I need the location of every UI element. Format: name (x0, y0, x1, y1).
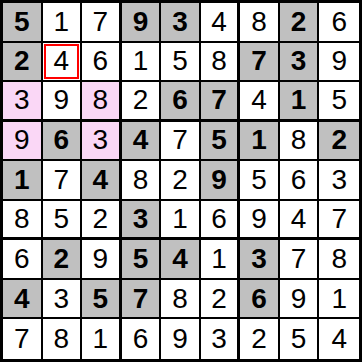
sudoku-cell-r1c1[interactable]: 5 (3, 3, 43, 43)
sudoku-cell-r8c7[interactable]: 6 (240, 280, 280, 320)
sudoku-cell-r5c9[interactable]: 3 (319, 161, 359, 201)
sudoku-cell-r1c4[interactable]: 9 (122, 3, 162, 43)
sudoku-cell-r4c1[interactable]: 9 (3, 122, 43, 162)
sudoku-cell-r7c1[interactable]: 6 (3, 240, 43, 280)
sudoku-cell-r7c7[interactable]: 3 (240, 240, 280, 280)
sudoku-cell-r3c9[interactable]: 5 (319, 82, 359, 122)
sudoku-cell-r8c9[interactable]: 1 (319, 280, 359, 320)
sudoku-cell-r1c3[interactable]: 7 (82, 3, 122, 43)
sudoku-cell-r6c7[interactable]: 9 (240, 201, 280, 241)
sudoku-cell-r4c3[interactable]: 3 (82, 122, 122, 162)
sudoku-cell-r3c6[interactable]: 7 (201, 82, 241, 122)
sudoku-cell-r6c4[interactable]: 3 (122, 201, 162, 241)
sudoku-cell-r2c9[interactable]: 9 (319, 43, 359, 83)
sudoku-cell-r1c8[interactable]: 2 (280, 3, 320, 43)
sudoku-cell-r3c4[interactable]: 2 (122, 82, 162, 122)
sudoku-cell-r2c8[interactable]: 3 (280, 43, 320, 83)
sudoku-cell-r5c8[interactable]: 6 (280, 161, 320, 201)
sudoku-cell-r1c9[interactable]: 6 (319, 3, 359, 43)
sudoku-cell-r6c8[interactable]: 4 (280, 201, 320, 241)
sudoku-cell-r9c6[interactable]: 3 (201, 319, 241, 359)
sudoku-cell-r1c6[interactable]: 4 (201, 3, 241, 43)
sudoku-cell-r5c7[interactable]: 5 (240, 161, 280, 201)
sudoku-cell-r4c7[interactable]: 1 (240, 122, 280, 162)
sudoku-cell-r7c4[interactable]: 5 (122, 240, 162, 280)
sudoku-cell-r7c3[interactable]: 9 (82, 240, 122, 280)
sudoku-cell-r7c8[interactable]: 7 (280, 240, 320, 280)
sudoku-cell-r8c3[interactable]: 5 (82, 280, 122, 320)
sudoku-cell-r5c2[interactable]: 7 (43, 161, 83, 201)
sudoku-cell-r9c1[interactable]: 7 (3, 319, 43, 359)
sudoku-cell-r8c2[interactable]: 3 (43, 280, 83, 320)
sudoku-cell-r8c6[interactable]: 2 (201, 280, 241, 320)
sudoku-cell-r3c8[interactable]: 1 (280, 82, 320, 122)
sudoku-cell-r2c4[interactable]: 1 (122, 43, 162, 83)
sudoku-cell-r3c2[interactable]: 9 (43, 82, 83, 122)
sudoku-cell-r4c9[interactable]: 2 (319, 122, 359, 162)
sudoku-cell-r6c9[interactable]: 7 (319, 201, 359, 241)
sudoku-cell-r2c6[interactable]: 8 (201, 43, 241, 83)
sudoku-cell-r6c5[interactable]: 1 (161, 201, 201, 241)
sudoku-cell-r3c5[interactable]: 6 (161, 82, 201, 122)
sudoku-cell-r8c4[interactable]: 7 (122, 280, 162, 320)
sudoku-cell-r2c1[interactable]: 2 (3, 43, 43, 83)
sudoku-cell-r8c5[interactable]: 8 (161, 280, 201, 320)
sudoku-cell-r9c3[interactable]: 1 (82, 319, 122, 359)
sudoku-cell-r9c8[interactable]: 5 (280, 319, 320, 359)
sudoku-cell-r5c5[interactable]: 2 (161, 161, 201, 201)
sudoku-cell-r3c3[interactable]: 8 (82, 82, 122, 122)
sudoku-cell-r1c7[interactable]: 8 (240, 3, 280, 43)
sudoku-cell-r8c8[interactable]: 9 (280, 280, 320, 320)
sudoku-cell-r1c5[interactable]: 3 (161, 3, 201, 43)
sudoku-cell-r7c9[interactable]: 8 (319, 240, 359, 280)
sudoku-cell-r9c5[interactable]: 9 (161, 319, 201, 359)
sudoku-cell-r4c2[interactable]: 6 (43, 122, 83, 162)
sudoku-cell-r9c2[interactable]: 8 (43, 319, 83, 359)
sudoku-cell-r9c9[interactable]: 4 (319, 319, 359, 359)
sudoku-cell-r7c2[interactable]: 2 (43, 240, 83, 280)
sudoku-cell-r3c7[interactable]: 4 (240, 82, 280, 122)
sudoku-cell-r1c2[interactable]: 1 (43, 3, 83, 43)
sudoku-cell-r2c7[interactable]: 7 (240, 43, 280, 83)
sudoku-cell-r8c1[interactable]: 4 (3, 280, 43, 320)
sudoku-cell-r7c6[interactable]: 1 (201, 240, 241, 280)
sudoku-cell-r4c4[interactable]: 4 (122, 122, 162, 162)
sudoku-cell-r3c1[interactable]: 3 (3, 82, 43, 122)
sudoku-cell-r2c3[interactable]: 6 (82, 43, 122, 83)
sudoku-cell-r9c4[interactable]: 6 (122, 319, 162, 359)
sudoku-cell-r6c3[interactable]: 2 (82, 201, 122, 241)
sudoku-cell-r4c5[interactable]: 7 (161, 122, 201, 162)
sudoku-cell-r7c5[interactable]: 4 (161, 240, 201, 280)
sudoku-cell-r6c1[interactable]: 8 (3, 201, 43, 241)
sudoku-cell-r2c5[interactable]: 5 (161, 43, 201, 83)
sudoku-cell-r4c6[interactable]: 5 (201, 122, 241, 162)
sudoku-cell-r5c4[interactable]: 8 (122, 161, 162, 201)
sudoku-cell-r2c2[interactable]: 4 (43, 43, 83, 83)
sudoku-cell-r9c7[interactable]: 2 (240, 319, 280, 359)
sudoku-cell-r5c6[interactable]: 9 (201, 161, 241, 201)
sudoku-board: 5179348262461587393982674159634751821748… (0, 0, 362, 362)
sudoku-cell-r6c2[interactable]: 5 (43, 201, 83, 241)
sudoku-cell-r4c8[interactable]: 8 (280, 122, 320, 162)
sudoku-cell-r5c1[interactable]: 1 (3, 161, 43, 201)
sudoku-cell-r6c6[interactable]: 6 (201, 201, 241, 241)
sudoku-cell-r5c3[interactable]: 4 (82, 161, 122, 201)
